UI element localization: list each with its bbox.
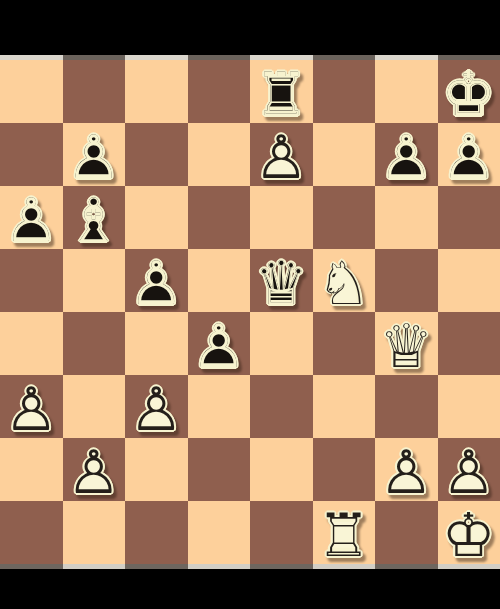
square-e8[interactable]: ♜♖ bbox=[250, 60, 313, 123]
square-d1[interactable] bbox=[188, 501, 251, 564]
pawn-outline-icon: ♙ bbox=[4, 379, 58, 439]
black-king-h8[interactable]: ♚♔ bbox=[438, 60, 500, 123]
white-knight-f5[interactable]: ♞♘ bbox=[313, 249, 376, 312]
square-e4[interactable] bbox=[250, 312, 313, 375]
king-outline-icon: ♔ bbox=[442, 505, 496, 565]
knight-outline-icon: ♘ bbox=[317, 253, 371, 313]
square-d4[interactable]: ♟♙ bbox=[188, 312, 251, 375]
square-c3[interactable]: ♟♙ bbox=[125, 375, 188, 438]
square-g1[interactable] bbox=[375, 501, 438, 564]
white-pawn-h2[interactable]: ♟♙ bbox=[438, 438, 500, 501]
square-a8[interactable] bbox=[0, 60, 63, 123]
rook-outline-icon: ♖ bbox=[317, 505, 371, 565]
pawn-outline-icon: ♙ bbox=[192, 316, 246, 376]
square-c4[interactable] bbox=[125, 312, 188, 375]
square-e5[interactable]: ♛♕ bbox=[250, 249, 313, 312]
pawn-outline-icon: ♙ bbox=[129, 253, 183, 313]
square-g3[interactable] bbox=[375, 375, 438, 438]
square-b5[interactable] bbox=[63, 249, 126, 312]
square-g8[interactable] bbox=[375, 60, 438, 123]
square-e2[interactable] bbox=[250, 438, 313, 501]
rook-outline-icon: ♖ bbox=[254, 64, 308, 124]
chess-diagram: ♜♖♚♔♟♙♟♙♟♙♟♙♟♙♝♗♟♙♛♕♞♘♟♙♛♕♟♙♟♙♟♙♟♙♟♙♜♖♚♔ bbox=[0, 0, 500, 609]
square-b4[interactable] bbox=[63, 312, 126, 375]
square-d6[interactable] bbox=[188, 186, 251, 249]
square-b3[interactable] bbox=[63, 375, 126, 438]
black-pawn-d4[interactable]: ♟♙ bbox=[188, 312, 251, 375]
square-g5[interactable] bbox=[375, 249, 438, 312]
pawn-outline-icon: ♙ bbox=[4, 190, 58, 250]
square-c6[interactable] bbox=[125, 186, 188, 249]
square-c1[interactable] bbox=[125, 501, 188, 564]
square-d5[interactable] bbox=[188, 249, 251, 312]
black-rook-e8[interactable]: ♜♖ bbox=[250, 60, 313, 123]
white-queen-g4[interactable]: ♛♕ bbox=[375, 312, 438, 375]
square-c8[interactable] bbox=[125, 60, 188, 123]
square-f2[interactable] bbox=[313, 438, 376, 501]
square-f4[interactable] bbox=[313, 312, 376, 375]
square-h6[interactable] bbox=[438, 186, 500, 249]
square-a4[interactable] bbox=[0, 312, 63, 375]
square-b6[interactable]: ♝♗ bbox=[63, 186, 126, 249]
black-pawn-h7[interactable]: ♟♙ bbox=[438, 123, 500, 186]
square-a6[interactable]: ♟♙ bbox=[0, 186, 63, 249]
square-c5[interactable]: ♟♙ bbox=[125, 249, 188, 312]
square-h3[interactable] bbox=[438, 375, 500, 438]
queen-outline-icon: ♕ bbox=[254, 253, 308, 313]
square-b2[interactable]: ♟♙ bbox=[63, 438, 126, 501]
black-pawn-b7[interactable]: ♟♙ bbox=[63, 123, 126, 186]
square-f5[interactable]: ♞♘ bbox=[313, 249, 376, 312]
bottom-black-bar bbox=[0, 569, 500, 609]
white-pawn-e7[interactable]: ♟♙ bbox=[250, 123, 313, 186]
pawn-outline-icon: ♙ bbox=[129, 379, 183, 439]
square-d7[interactable] bbox=[188, 123, 251, 186]
square-h2[interactable]: ♟♙ bbox=[438, 438, 500, 501]
square-g6[interactable] bbox=[375, 186, 438, 249]
white-pawn-b2[interactable]: ♟♙ bbox=[63, 438, 126, 501]
pawn-outline-icon: ♙ bbox=[67, 442, 121, 502]
pawn-outline-icon: ♙ bbox=[379, 127, 433, 187]
chess-board: ♜♖♚♔♟♙♟♙♟♙♟♙♟♙♝♗♟♙♛♕♞♘♟♙♛♕♟♙♟♙♟♙♟♙♟♙♜♖♚♔ bbox=[0, 60, 500, 564]
square-f7[interactable] bbox=[313, 123, 376, 186]
square-c7[interactable] bbox=[125, 123, 188, 186]
square-c2[interactable] bbox=[125, 438, 188, 501]
white-pawn-c3[interactable]: ♟♙ bbox=[125, 375, 188, 438]
square-h7[interactable]: ♟♙ bbox=[438, 123, 500, 186]
black-bishop-b6[interactable]: ♝♗ bbox=[63, 186, 126, 249]
square-a3[interactable]: ♟♙ bbox=[0, 375, 63, 438]
square-a7[interactable] bbox=[0, 123, 63, 186]
square-d2[interactable] bbox=[188, 438, 251, 501]
pawn-outline-icon: ♙ bbox=[254, 127, 308, 187]
pawn-outline-icon: ♙ bbox=[379, 442, 433, 502]
white-rook-f1[interactable]: ♜♖ bbox=[313, 501, 376, 564]
square-f6[interactable] bbox=[313, 186, 376, 249]
white-pawn-a3[interactable]: ♟♙ bbox=[0, 375, 63, 438]
white-pawn-g2[interactable]: ♟♙ bbox=[375, 438, 438, 501]
square-h4[interactable] bbox=[438, 312, 500, 375]
square-e1[interactable] bbox=[250, 501, 313, 564]
square-h5[interactable] bbox=[438, 249, 500, 312]
black-pawn-a6[interactable]: ♟♙ bbox=[0, 186, 63, 249]
top-black-bar bbox=[0, 0, 500, 55]
square-a5[interactable] bbox=[0, 249, 63, 312]
queen-outline-icon: ♕ bbox=[379, 316, 433, 376]
square-d8[interactable] bbox=[188, 60, 251, 123]
square-e3[interactable] bbox=[250, 375, 313, 438]
square-h8[interactable]: ♚♔ bbox=[438, 60, 500, 123]
square-b1[interactable] bbox=[63, 501, 126, 564]
square-a1[interactable] bbox=[0, 501, 63, 564]
square-b8[interactable] bbox=[63, 60, 126, 123]
square-g4[interactable]: ♛♕ bbox=[375, 312, 438, 375]
square-f8[interactable] bbox=[313, 60, 376, 123]
king-outline-icon: ♔ bbox=[442, 64, 496, 124]
square-d3[interactable] bbox=[188, 375, 251, 438]
black-pawn-c5[interactable]: ♟♙ bbox=[125, 249, 188, 312]
square-e6[interactable] bbox=[250, 186, 313, 249]
square-h1[interactable]: ♚♔ bbox=[438, 501, 500, 564]
pawn-outline-icon: ♙ bbox=[442, 442, 496, 502]
black-pawn-g7[interactable]: ♟♙ bbox=[375, 123, 438, 186]
square-a2[interactable] bbox=[0, 438, 63, 501]
square-g7[interactable]: ♟♙ bbox=[375, 123, 438, 186]
pawn-outline-icon: ♙ bbox=[442, 127, 496, 187]
pawn-outline-icon: ♙ bbox=[67, 127, 121, 187]
bishop-outline-icon: ♗ bbox=[67, 190, 121, 250]
square-g2[interactable]: ♟♙ bbox=[375, 438, 438, 501]
square-f3[interactable] bbox=[313, 375, 376, 438]
square-b7[interactable]: ♟♙ bbox=[63, 123, 126, 186]
white-king-h1[interactable]: ♚♔ bbox=[438, 501, 500, 564]
black-queen-e5[interactable]: ♛♕ bbox=[250, 249, 313, 312]
square-f1[interactable]: ♜♖ bbox=[313, 501, 376, 564]
square-e7[interactable]: ♟♙ bbox=[250, 123, 313, 186]
